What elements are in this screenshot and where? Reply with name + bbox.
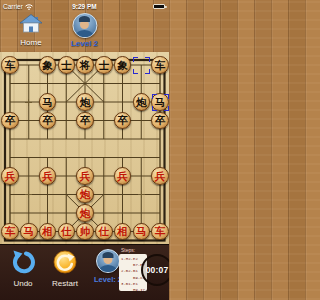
restart-label: Restart: [44, 279, 86, 288]
restart-button[interactable]: Restart: [44, 250, 86, 288]
piece-glyph: 车: [5, 60, 16, 71]
black-soldier[interactable]: 卒: [151, 112, 169, 130]
footer-toolbar: Undo Restart Level: 2 Steps: 1.H2-E2B7-: [0, 244, 169, 300]
point-marker: [138, 191, 145, 198]
piece-glyph: 卒: [117, 115, 128, 126]
piece-glyph: 兵: [5, 171, 16, 182]
black-general[interactable]: 将: [76, 56, 94, 74]
home-label: Home: [10, 38, 52, 47]
piece-glyph: 帅: [80, 226, 91, 237]
avatar-hat: [103, 252, 114, 258]
piece-glyph: 象: [117, 60, 128, 71]
board-grid[interactable]: 车象士将士象车马炮炮马卒卒卒卒卒兵兵兵兵兵炮炮车马相仕帅仕相马车: [0, 52, 169, 244]
piece-glyph: 马: [42, 97, 53, 108]
piece-glyph: 车: [5, 226, 16, 237]
avatar-hat: [79, 16, 90, 22]
red-soldier[interactable]: 兵: [114, 167, 132, 185]
piece-glyph: 象: [42, 60, 53, 71]
opponent-info: Level 2: [71, 13, 98, 48]
undo-icon: [10, 250, 36, 275]
black-soldier[interactable]: 卒: [1, 112, 19, 130]
timer-value: 00:07: [146, 265, 169, 275]
piece-glyph: 相: [117, 226, 128, 237]
red-advisor[interactable]: 仕: [95, 223, 113, 241]
piece-glyph: 炮: [136, 97, 147, 108]
black-elephant[interactable]: 象: [39, 56, 57, 74]
piece-glyph: 兵: [155, 171, 166, 182]
piece-glyph: 炮: [80, 208, 91, 219]
red-horse[interactable]: 马: [133, 223, 151, 241]
avatar-body: [99, 265, 117, 273]
red-soldier[interactable]: 兵: [76, 167, 94, 185]
opponent-avatar: [72, 13, 97, 38]
piece-glyph: 卒: [42, 115, 53, 126]
piece-glyph: 兵: [80, 171, 91, 182]
black-cannon[interactable]: 炮: [133, 93, 151, 111]
piece-glyph: 兵: [42, 171, 53, 182]
piece-glyph: 兵: [117, 171, 128, 182]
black-horse[interactable]: 马: [39, 93, 57, 111]
red-soldier[interactable]: 兵: [151, 167, 169, 185]
xiangqi-app: { "game": "xiangqi", "status_bar": { "ca…: [0, 0, 169, 300]
red-chariot[interactable]: 车: [1, 223, 19, 241]
last-move-marker: [133, 57, 150, 74]
black-soldier[interactable]: 卒: [114, 112, 132, 130]
red-elephant[interactable]: 相: [39, 223, 57, 241]
black-horse[interactable]: 马: [151, 93, 169, 111]
piece-glyph: 卒: [80, 115, 91, 126]
black-chariot[interactable]: 车: [151, 56, 169, 74]
red-soldier[interactable]: 兵: [39, 167, 57, 185]
red-chariot[interactable]: 车: [151, 223, 169, 241]
undo-button[interactable]: Undo: [6, 250, 40, 288]
piece-glyph: 车: [155, 226, 166, 237]
avatar-body: [75, 30, 93, 38]
red-horse[interactable]: 马: [20, 223, 38, 241]
opponent-level-label: Level 2: [71, 39, 98, 48]
undo-label: Undo: [6, 279, 40, 288]
piece-glyph: 马: [155, 97, 166, 108]
status-bar: Carrier 9:29 PM: [0, 0, 169, 12]
red-cannon[interactable]: 炮: [76, 204, 94, 222]
piece-glyph: 卒: [155, 115, 166, 126]
black-soldier[interactable]: 卒: [39, 112, 57, 130]
black-soldier[interactable]: 卒: [76, 112, 94, 130]
red-soldier[interactable]: 兵: [1, 167, 19, 185]
piece-glyph: 将: [80, 60, 91, 71]
piece-glyph: 士: [99, 60, 110, 71]
header: Home Level 2: [0, 12, 169, 52]
steps-title: Steps:: [119, 247, 147, 253]
piece-glyph: 马: [136, 226, 147, 237]
piece-glyph: 车: [155, 60, 166, 71]
red-cannon[interactable]: 炮: [76, 186, 94, 204]
red-general[interactable]: 帅: [76, 223, 94, 241]
point-marker: [25, 99, 32, 106]
black-chariot[interactable]: 车: [1, 56, 19, 74]
piece-glyph: 卒: [5, 115, 16, 126]
black-advisor[interactable]: 士: [58, 56, 76, 74]
piece-glyph: 仕: [99, 226, 110, 237]
point-marker: [25, 191, 32, 198]
game-timer: 00:07: [141, 254, 169, 286]
battery-icon: [153, 4, 165, 10]
red-advisor[interactable]: 仕: [58, 223, 76, 241]
piece-glyph: 相: [42, 226, 53, 237]
piece-glyph: 炮: [80, 189, 91, 200]
status-time: 9:29 PM: [0, 3, 169, 10]
black-elephant[interactable]: 象: [114, 56, 132, 74]
home-icon: [19, 14, 43, 33]
piece-glyph: 炮: [80, 97, 91, 108]
piece-glyph: 士: [61, 60, 72, 71]
xiangqi-board[interactable]: 车象士将士象车马炮炮马卒卒卒卒卒兵兵兵兵兵炮炮车马相仕帅仕相马车: [0, 52, 169, 244]
player-avatar: [96, 249, 120, 273]
black-advisor[interactable]: 士: [95, 56, 113, 74]
red-elephant[interactable]: 相: [114, 223, 132, 241]
black-cannon[interactable]: 炮: [76, 93, 94, 111]
home-button[interactable]: Home: [10, 14, 52, 47]
piece-glyph: 仕: [61, 226, 72, 237]
restart-icon: [52, 250, 78, 275]
piece-glyph: 马: [24, 226, 35, 237]
